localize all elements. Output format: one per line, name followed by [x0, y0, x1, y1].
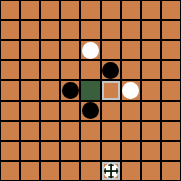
cell-r8c5[interactable]: [102, 162, 120, 180]
cell-r1c0[interactable]: [1, 21, 19, 39]
cell-r3c4[interactable]: [81, 61, 99, 79]
cell-r0c4[interactable]: [81, 1, 99, 19]
cell-r8c3[interactable]: [61, 162, 79, 180]
cell-r1c7[interactable]: [142, 21, 160, 39]
cell-r3c8[interactable]: [162, 61, 180, 79]
cell-r0c6[interactable]: [122, 1, 140, 19]
selected-cell-r4c5[interactable]: [102, 81, 120, 99]
cell-r0c2[interactable]: [41, 1, 59, 19]
black-stone: [102, 62, 119, 79]
cell-r8c8[interactable]: [162, 162, 180, 180]
cell-r5c2[interactable]: [41, 102, 59, 120]
cell-r8c6[interactable]: [122, 162, 140, 180]
cell-r1c8[interactable]: [162, 21, 180, 39]
cell-r8c4[interactable]: [81, 162, 99, 180]
cell-r8c0[interactable]: [1, 162, 19, 180]
cell-r2c2[interactable]: [41, 41, 59, 59]
cell-r5c7[interactable]: [142, 102, 160, 120]
cell-r7c4[interactable]: [81, 142, 99, 160]
cell-r3c3[interactable]: [61, 61, 79, 79]
green-tile-cell-r4c4[interactable]: [81, 81, 99, 99]
crosshair-stone-icon: [102, 162, 120, 180]
cell-r6c7[interactable]: [142, 122, 160, 140]
cell-r3c7[interactable]: [142, 61, 160, 79]
cell-r7c0[interactable]: [1, 142, 19, 160]
cell-r7c3[interactable]: [61, 142, 79, 160]
cell-r0c1[interactable]: [21, 1, 39, 19]
cell-r8c7[interactable]: [142, 162, 160, 180]
cell-r1c1[interactable]: [21, 21, 39, 39]
board: [0, 0, 181, 181]
cell-r4c7[interactable]: [142, 81, 160, 99]
cell-r2c8[interactable]: [162, 41, 180, 59]
cell-r1c3[interactable]: [61, 21, 79, 39]
cell-r6c4[interactable]: [81, 122, 99, 140]
cell-r4c0[interactable]: [1, 81, 19, 99]
cell-r4c8[interactable]: [162, 81, 180, 99]
cell-r7c8[interactable]: [162, 142, 180, 160]
cell-r2c1[interactable]: [21, 41, 39, 59]
cell-r7c2[interactable]: [41, 142, 59, 160]
cell-r2c6[interactable]: [122, 41, 140, 59]
cell-r8c2[interactable]: [41, 162, 59, 180]
cell-r2c7[interactable]: [142, 41, 160, 59]
cell-r6c2[interactable]: [41, 122, 59, 140]
cell-r4c6[interactable]: [122, 81, 140, 99]
cell-r3c0[interactable]: [1, 61, 19, 79]
cell-r6c0[interactable]: [1, 122, 19, 140]
white-stone: [122, 82, 139, 99]
black-stone: [62, 82, 79, 99]
cell-r2c0[interactable]: [1, 41, 19, 59]
cell-r7c7[interactable]: [142, 142, 160, 160]
cell-r5c0[interactable]: [1, 102, 19, 120]
cell-r3c5[interactable]: [102, 61, 120, 79]
cell-r4c1[interactable]: [21, 81, 39, 99]
cell-r6c3[interactable]: [61, 122, 79, 140]
cell-r0c0[interactable]: [1, 1, 19, 19]
cell-r7c1[interactable]: [21, 142, 39, 160]
cell-r2c3[interactable]: [61, 41, 79, 59]
cell-r0c8[interactable]: [162, 1, 180, 19]
cell-r5c3[interactable]: [61, 102, 79, 120]
cell-r5c4[interactable]: [81, 102, 99, 120]
cell-r7c5[interactable]: [102, 142, 120, 160]
cell-r2c4[interactable]: [81, 41, 99, 59]
cell-r3c2[interactable]: [41, 61, 59, 79]
cell-r1c4[interactable]: [81, 21, 99, 39]
cell-r4c3[interactable]: [61, 81, 79, 99]
cell-r6c8[interactable]: [162, 122, 180, 140]
black-stone: [82, 102, 99, 119]
cell-r5c6[interactable]: [122, 102, 140, 120]
white-stone: [82, 42, 99, 59]
cell-r3c1[interactable]: [21, 61, 39, 79]
cell-r0c3[interactable]: [61, 1, 79, 19]
cell-r6c6[interactable]: [122, 122, 140, 140]
cell-r1c6[interactable]: [122, 21, 140, 39]
cell-r1c5[interactable]: [102, 21, 120, 39]
cell-r0c5[interactable]: [102, 1, 120, 19]
cell-r0c7[interactable]: [142, 1, 160, 19]
cell-r6c1[interactable]: [21, 122, 39, 140]
cell-r5c8[interactable]: [162, 102, 180, 120]
cell-r5c1[interactable]: [21, 102, 39, 120]
cell-r2c5[interactable]: [102, 41, 120, 59]
cell-r3c6[interactable]: [122, 61, 140, 79]
cell-r6c5[interactable]: [102, 122, 120, 140]
cell-r4c2[interactable]: [41, 81, 59, 99]
cell-r7c6[interactable]: [122, 142, 140, 160]
cell-r8c1[interactable]: [21, 162, 39, 180]
cell-r5c5[interactable]: [102, 102, 120, 120]
cell-r1c2[interactable]: [41, 21, 59, 39]
